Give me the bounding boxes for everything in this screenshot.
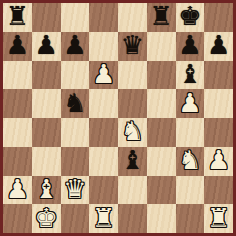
square-g3[interactable]: ♞ [176, 147, 205, 176]
square-e4[interactable]: ♞ [118, 118, 147, 147]
white-queen: ♛ [63, 176, 86, 202]
white-pawn: ♟ [207, 147, 230, 173]
square-b3[interactable] [32, 147, 61, 176]
square-a7[interactable]: ♟ [3, 32, 32, 61]
white-rook: ♜ [207, 205, 230, 231]
black-pawn: ♟ [63, 32, 86, 58]
white-knight: ♞ [178, 147, 201, 173]
square-f6[interactable] [147, 61, 176, 90]
square-d8[interactable] [89, 3, 118, 32]
white-pawn: ♟ [6, 176, 29, 202]
square-g6[interactable]: ♝ [176, 61, 205, 90]
square-h5[interactable] [204, 89, 233, 118]
square-e2[interactable] [118, 176, 147, 205]
square-a5[interactable] [3, 89, 32, 118]
black-rook: ♜ [149, 3, 172, 29]
black-king: ♚ [178, 3, 201, 29]
square-e8[interactable] [118, 3, 147, 32]
chess-board: ♜♜♚♟♟♟♛♟♟♟♝♞♟♞♝♞♟♟♝♛♚♜♜ [0, 0, 236, 236]
square-a3[interactable] [3, 147, 32, 176]
square-a2[interactable]: ♟ [3, 176, 32, 205]
square-a6[interactable] [3, 61, 32, 90]
square-h1[interactable]: ♜ [204, 204, 233, 233]
square-d3[interactable] [89, 147, 118, 176]
square-g8[interactable]: ♚ [176, 3, 205, 32]
square-c1[interactable] [61, 204, 90, 233]
square-c8[interactable] [61, 3, 90, 32]
square-d5[interactable] [89, 89, 118, 118]
white-pawn: ♟ [92, 61, 115, 87]
square-b6[interactable] [32, 61, 61, 90]
black-bishop: ♝ [178, 61, 201, 87]
square-f3[interactable] [147, 147, 176, 176]
square-a8[interactable]: ♜ [3, 3, 32, 32]
square-e6[interactable] [118, 61, 147, 90]
square-f7[interactable] [147, 32, 176, 61]
square-b7[interactable]: ♟ [32, 32, 61, 61]
black-pawn: ♟ [6, 32, 29, 58]
square-a4[interactable] [3, 118, 32, 147]
square-d4[interactable] [89, 118, 118, 147]
square-d7[interactable] [89, 32, 118, 61]
square-c2[interactable]: ♛ [61, 176, 90, 205]
white-knight: ♞ [121, 118, 144, 144]
square-h2[interactable] [204, 176, 233, 205]
white-bishop: ♝ [34, 176, 57, 202]
square-h8[interactable] [204, 3, 233, 32]
black-pawn: ♟ [207, 32, 230, 58]
square-b8[interactable] [32, 3, 61, 32]
square-b1[interactable]: ♚ [32, 204, 61, 233]
square-g5[interactable]: ♟ [176, 89, 205, 118]
square-e7[interactable]: ♛ [118, 32, 147, 61]
square-f2[interactable] [147, 176, 176, 205]
square-d2[interactable] [89, 176, 118, 205]
square-g4[interactable] [176, 118, 205, 147]
square-e5[interactable] [118, 89, 147, 118]
square-c3[interactable] [61, 147, 90, 176]
square-e1[interactable] [118, 204, 147, 233]
square-h4[interactable] [204, 118, 233, 147]
square-f4[interactable] [147, 118, 176, 147]
black-pawn: ♟ [34, 32, 57, 58]
square-d6[interactable]: ♟ [89, 61, 118, 90]
black-pawn: ♟ [178, 32, 201, 58]
square-g2[interactable] [176, 176, 205, 205]
black-queen: ♛ [121, 32, 144, 58]
square-h7[interactable]: ♟ [204, 32, 233, 61]
square-g1[interactable] [176, 204, 205, 233]
square-c4[interactable] [61, 118, 90, 147]
white-king: ♚ [34, 205, 57, 231]
square-c6[interactable] [61, 61, 90, 90]
square-d1[interactable]: ♜ [89, 204, 118, 233]
square-h3[interactable]: ♟ [204, 147, 233, 176]
square-b2[interactable]: ♝ [32, 176, 61, 205]
square-f8[interactable]: ♜ [147, 3, 176, 32]
square-h6[interactable] [204, 61, 233, 90]
black-knight: ♞ [63, 90, 86, 116]
white-rook: ♜ [92, 205, 115, 231]
square-g7[interactable]: ♟ [176, 32, 205, 61]
square-b4[interactable] [32, 118, 61, 147]
square-f5[interactable] [147, 89, 176, 118]
square-b5[interactable] [32, 89, 61, 118]
black-bishop: ♝ [121, 147, 144, 173]
square-a1[interactable] [3, 204, 32, 233]
black-rook: ♜ [6, 3, 29, 29]
square-c5[interactable]: ♞ [61, 89, 90, 118]
chess-diagram: ♜♜♚♟♟♟♛♟♟♟♝♞♟♞♝♞♟♟♝♛♚♜♜ [0, 0, 236, 236]
square-f1[interactable] [147, 204, 176, 233]
square-e3[interactable]: ♝ [118, 147, 147, 176]
white-pawn: ♟ [178, 90, 201, 116]
square-c7[interactable]: ♟ [61, 32, 90, 61]
